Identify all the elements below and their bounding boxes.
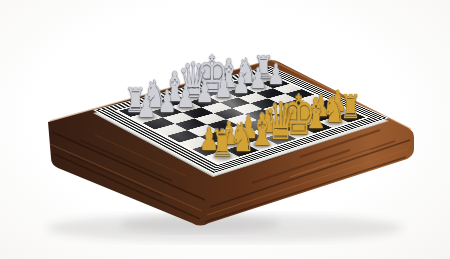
chess-set-scene: ♜♞♝♛♚♝♞♜♟♟♟♟♟♟♟♟♟♟♟♟♟♟♟♟♜♞♝♛♚♝♞♜ — [0, 0, 450, 259]
floor-shadow — [47, 214, 403, 242]
